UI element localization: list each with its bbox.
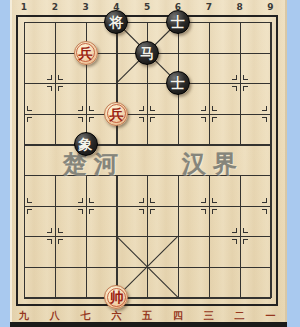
top-file-label: 7 [199,1,219,13]
point-marker [201,198,206,203]
point-marker [78,209,83,214]
point-marker [58,228,63,233]
point-marker [262,198,267,203]
bottom-file-label: 四 [168,310,188,322]
grid-line [270,22,271,298]
point-marker [47,75,52,80]
bottom-file-label: 七 [76,310,96,322]
point-marker [78,106,83,111]
piece-black-advisor[interactable]: 士 [166,10,190,34]
point-marker [139,209,144,214]
point-marker [89,117,94,122]
grid-line [116,22,117,145]
xiangqi-app: 楚河 汉界 123456789九八七六五四三二一 将士兵马士兵象帅 [0,0,300,327]
point-marker [150,198,155,203]
point-marker [232,239,237,244]
point-marker [262,117,267,122]
point-marker [150,209,155,214]
piece-character: 帅 [109,290,123,304]
point-marker [58,239,63,244]
piece-black-elephant[interactable]: 象 [74,132,98,156]
grid-line [209,175,210,298]
point-marker [47,228,52,233]
top-file-label: 8 [230,1,250,13]
point-marker [139,198,144,203]
point-marker [47,239,52,244]
board-bottom-edge [10,322,287,327]
grid-line [55,175,56,298]
top-file-label: 5 [137,1,157,13]
piece-character: 马 [140,45,154,59]
point-marker [78,117,83,122]
point-marker [58,75,63,80]
top-file-label: 2 [45,1,65,13]
piece-black-advisor[interactable]: 士 [166,71,190,95]
grid-line [116,175,117,298]
river-label-han-jie: 汉界 [182,148,244,178]
piece-character: 兵 [79,45,93,59]
point-marker [243,75,248,80]
point-marker [58,86,63,91]
point-marker [139,117,144,122]
grid-line [24,22,25,298]
point-marker [201,209,206,214]
bottom-file-label: 五 [137,310,157,322]
point-marker [212,198,217,203]
point-marker [262,106,267,111]
point-marker [27,106,32,111]
grid-line [240,175,241,298]
point-marker [201,106,206,111]
grid-line [240,22,241,145]
point-marker [212,117,217,122]
point-marker [89,198,94,203]
point-marker [243,228,248,233]
bottom-file-label: 八 [45,310,65,322]
piece-red-soldier[interactable]: 兵 [74,41,98,65]
point-marker [27,198,32,203]
point-marker [262,209,267,214]
bottom-file-label: 二 [230,310,250,322]
point-marker [150,106,155,111]
grid-line [209,22,210,145]
point-marker [232,75,237,80]
grid-line [178,175,179,298]
point-marker [139,106,144,111]
point-marker [212,209,217,214]
piece-character: 象 [79,137,93,151]
piece-character: 士 [171,15,185,29]
point-marker [89,106,94,111]
bottom-file-label: 三 [199,310,219,322]
point-marker [47,86,52,91]
piece-character: 士 [171,76,185,90]
grid-line [86,175,87,298]
point-marker [89,209,94,214]
piece-black-horse[interactable]: 马 [135,41,159,65]
point-marker [150,117,155,122]
piece-character: 兵 [109,106,123,120]
bottom-file-label: 一 [260,310,280,322]
bottom-file-label: 六 [106,310,126,322]
bottom-file-label: 九 [14,310,34,322]
point-marker [78,198,83,203]
grid-line [147,175,148,298]
top-file-label: 9 [260,1,280,13]
point-marker [212,106,217,111]
top-file-label: 1 [14,1,34,13]
point-marker [232,228,237,233]
point-marker [232,86,237,91]
point-marker [243,86,248,91]
top-file-label: 3 [76,1,96,13]
point-marker [243,239,248,244]
grid-line [55,22,56,145]
piece-character: 将 [109,15,123,29]
point-marker [27,209,32,214]
point-marker [201,117,206,122]
point-marker [27,117,32,122]
